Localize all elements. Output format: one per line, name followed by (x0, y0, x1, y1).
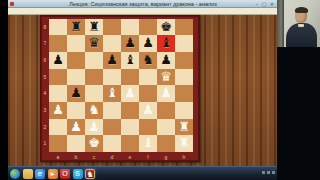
square-e5[interactable] (121, 69, 139, 86)
taskbar-chess-icon[interactable]: ♞ (85, 169, 95, 179)
square-c5[interactable] (85, 69, 103, 86)
tray-icon[interactable] (267, 171, 270, 174)
piece-white-R-h2[interactable]: ♜ (175, 119, 193, 136)
square-f6[interactable]: ♞ (139, 52, 157, 69)
piece-black-R-c8[interactable]: ♜ (85, 19, 103, 36)
client-area: 87654321 ♜♜♚♛♟♟♝♟♟♝♞♟♛♟♝♟♟♟♞♟♟♟♜♚♝♜ abcd… (8, 15, 278, 166)
square-b5[interactable] (67, 69, 85, 86)
piece-white-B-f1[interactable]: ♝ (139, 135, 157, 152)
square-a4[interactable] (49, 85, 67, 102)
rank-label-4: 4 (41, 85, 49, 102)
board-squares: ♜♜♚♛♟♟♝♟♟♝♞♟♛♟♝♟♟♟♞♟♟♟♜♚♝♜ (49, 19, 193, 153)
taskbar-skype-icon[interactable]: S (73, 169, 83, 179)
square-e7[interactable]: ♟ (121, 35, 139, 52)
background-void (277, 47, 320, 180)
square-h3[interactable] (175, 102, 193, 119)
rank-label-1: 1 (41, 135, 49, 152)
square-c4[interactable] (85, 85, 103, 102)
square-a6[interactable]: ♟ (49, 52, 67, 69)
square-g4[interactable]: ♟ (157, 85, 175, 102)
webcam-door-frame (277, 0, 284, 47)
square-c1[interactable]: ♚ (85, 135, 103, 152)
square-b4[interactable]: ♟ (67, 85, 85, 102)
file-label-g: g (157, 154, 175, 160)
piece-white-P-f3[interactable]: ♟ (139, 102, 157, 119)
piece-black-N-f6[interactable]: ♞ (139, 52, 157, 69)
square-d4[interactable]: ♝ (103, 85, 121, 102)
square-a3[interactable]: ♟ (49, 102, 67, 119)
square-f8[interactable] (139, 19, 157, 36)
piece-black-P-a6[interactable]: ♟ (49, 52, 67, 69)
square-f5[interactable] (139, 69, 157, 86)
presenter-collar (298, 24, 304, 27)
tray-icon[interactable] (272, 171, 275, 174)
piece-black-B-e6[interactable]: ♝ (121, 52, 139, 69)
piece-black-P-e7[interactable]: ♟ (121, 35, 139, 52)
square-h2[interactable]: ♜ (175, 119, 193, 136)
window-titlebar[interactable]: Лекция: Сицилианская защита, вариант дра… (8, 0, 278, 8)
piece-white-N-c3[interactable]: ♞ (85, 102, 103, 119)
square-h1[interactable]: ♜ (175, 135, 193, 152)
square-c8[interactable]: ♜ (85, 19, 103, 36)
tray-icon[interactable] (262, 171, 265, 174)
square-d8[interactable] (103, 19, 121, 36)
square-g7[interactable]: ♝ (157, 35, 175, 52)
square-d2[interactable] (103, 119, 121, 136)
square-d5[interactable] (103, 69, 121, 86)
rank-labels: 87654321 (41, 19, 49, 153)
rank-label-3: 3 (41, 102, 49, 119)
piece-white-P-g4[interactable]: ♟ (157, 85, 175, 102)
webcam-overlay (277, 0, 320, 47)
square-b8[interactable]: ♜ (67, 19, 85, 36)
square-g1[interactable] (157, 135, 175, 152)
piece-white-P-c2[interactable]: ♟ (85, 119, 103, 136)
taskbar-ie-icon[interactable]: e (35, 169, 45, 179)
square-a1[interactable] (49, 135, 67, 152)
square-e4[interactable]: ♟ (121, 85, 139, 102)
file-labels: abcdefgh (49, 154, 193, 160)
square-c2[interactable]: ♟ (85, 119, 103, 136)
file-label-b: b (67, 154, 85, 160)
piece-white-P-e4[interactable]: ♟ (121, 85, 139, 102)
square-d6[interactable]: ♟ (103, 52, 121, 69)
square-g6[interactable]: ♟ (157, 52, 175, 69)
system-tray[interactable] (260, 171, 275, 174)
square-b7[interactable] (67, 35, 85, 52)
square-c3[interactable]: ♞ (85, 102, 103, 119)
square-g3[interactable] (157, 102, 175, 119)
square-g5[interactable]: ♛ (157, 69, 175, 86)
taskbar-folder-icon[interactable] (23, 169, 33, 179)
piece-white-B-d4[interactable]: ♝ (103, 85, 121, 102)
titlebar-window-controls[interactable]: − ▢ ✕ (255, 1, 275, 7)
taskbar-start-button[interactable] (10, 169, 20, 179)
square-d7[interactable] (103, 35, 121, 52)
taskbar-items: e►OS♞ (10, 169, 98, 180)
piece-black-K-g8[interactable]: ♚ (157, 19, 175, 36)
square-f1[interactable]: ♝ (139, 135, 157, 152)
file-label-d: d (103, 154, 121, 160)
rank-label-5: 5 (41, 69, 49, 86)
piece-white-Q-g5[interactable]: ♛ (157, 69, 175, 86)
file-label-a: a (49, 154, 67, 160)
square-h5[interactable] (175, 69, 193, 86)
window-title: Лекция: Сицилианская защита, вариант дра… (8, 1, 278, 7)
desktop: Лекция: Сицилианская защита, вариант дра… (8, 0, 278, 180)
square-c7[interactable]: ♛ (85, 35, 103, 52)
piece-black-P-b4[interactable]: ♟ (67, 85, 85, 102)
piece-white-K-c1[interactable]: ♚ (85, 135, 103, 152)
square-e8[interactable] (121, 19, 139, 36)
square-g8[interactable]: ♚ (157, 19, 175, 36)
piece-black-Q-c7[interactable]: ♛ (85, 35, 103, 52)
square-d1[interactable] (103, 135, 121, 152)
square-d3[interactable] (103, 102, 121, 119)
square-h8[interactable] (175, 19, 193, 36)
screen: Лекция: Сицилианская защита, вариант дра… (0, 0, 320, 180)
square-e3[interactable] (121, 102, 139, 119)
square-h6[interactable] (175, 52, 193, 69)
file-label-c: c (85, 154, 103, 160)
square-f4[interactable] (139, 85, 157, 102)
taskbar: e►OS♞ (8, 166, 278, 180)
square-f7[interactable]: ♟ (139, 35, 157, 52)
presenter-hair (295, 7, 308, 13)
square-a8[interactable] (49, 19, 67, 36)
piece-white-P-b2[interactable]: ♟ (67, 119, 85, 136)
square-b3[interactable] (67, 102, 85, 119)
square-h7[interactable] (175, 35, 193, 52)
rank-label-2: 2 (41, 119, 49, 136)
rank-label-7: 7 (41, 35, 49, 52)
piece-white-P-a3[interactable]: ♟ (49, 102, 67, 119)
square-a7[interactable] (49, 35, 67, 52)
menu-bar: ФайлПравкаВидВставкаИграДвижокОкно? −▢✕ (8, 8, 278, 15)
square-h4[interactable] (175, 85, 193, 102)
piece-white-R-h1[interactable]: ♜ (175, 135, 193, 152)
square-a5[interactable] (49, 69, 67, 86)
square-b1[interactable] (67, 135, 85, 152)
file-label-e: e (121, 154, 139, 160)
piece-black-P-g6[interactable]: ♟ (157, 52, 175, 69)
piece-black-B-g7[interactable]: ♝ (157, 35, 175, 52)
square-e6[interactable]: ♝ (121, 52, 139, 69)
file-label-f: f (139, 154, 157, 160)
taskbar-opera-icon[interactable]: O (60, 169, 70, 179)
square-a2[interactable] (49, 119, 67, 136)
square-b2[interactable]: ♟ (67, 119, 85, 136)
square-e1[interactable] (121, 135, 139, 152)
taskbar-wmp-icon[interactable]: ► (48, 169, 58, 179)
rank-label-6: 6 (41, 52, 49, 69)
square-e2[interactable] (121, 119, 139, 136)
square-b6[interactable] (67, 52, 85, 69)
square-c6[interactable] (85, 52, 103, 69)
piece-black-P-f7[interactable]: ♟ (139, 35, 157, 52)
file-label-h: h (175, 154, 193, 160)
square-f2[interactable] (139, 119, 157, 136)
piece-black-R-b8[interactable]: ♜ (67, 19, 85, 36)
piece-black-P-d6[interactable]: ♟ (103, 52, 121, 69)
square-f3[interactable]: ♟ (139, 102, 157, 119)
chess-board: 87654321 ♜♜♚♛♟♟♝♟♟♝♞♟♛♟♝♟♟♟♞♟♟♟♜♚♝♜ abcd… (40, 15, 200, 162)
square-g2[interactable] (157, 119, 175, 136)
rank-label-8: 8 (41, 19, 49, 36)
